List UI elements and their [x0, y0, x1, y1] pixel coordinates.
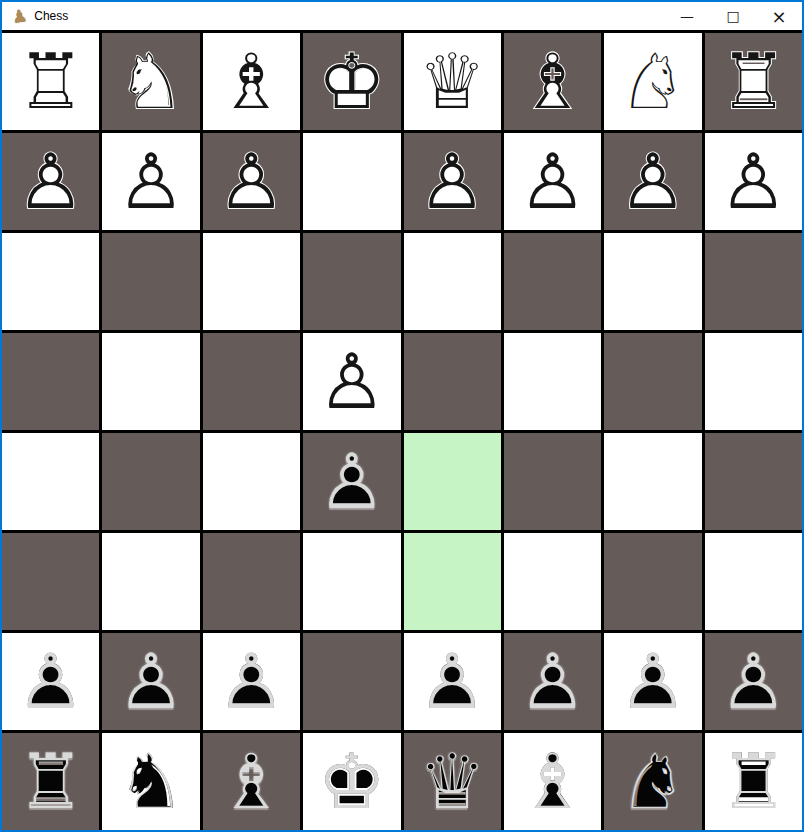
square-c1[interactable]: ♝♗ — [504, 33, 601, 130]
square-b3[interactable] — [604, 233, 701, 330]
square-g2[interactable]: ♟♙ — [102, 133, 199, 230]
white-pawn: ♟♙ — [504, 133, 601, 230]
white-rook: ♜♖ — [2, 33, 99, 130]
black-knight: ♞♘ — [604, 733, 701, 830]
square-h5[interactable] — [2, 433, 99, 530]
square-f2[interactable]: ♟♙ — [203, 133, 300, 230]
square-e7[interactable] — [303, 633, 400, 730]
white-pawn: ♟♙ — [404, 133, 501, 230]
square-e6[interactable] — [303, 533, 400, 630]
square-d1[interactable]: ♛♕ — [404, 33, 501, 130]
square-a4[interactable] — [705, 333, 802, 430]
square-g7[interactable]: ♟♙ — [102, 633, 199, 730]
square-h1[interactable]: ♜♖ — [2, 33, 99, 130]
square-a7[interactable]: ♟♙ — [705, 633, 802, 730]
square-h4[interactable] — [2, 333, 99, 430]
white-pawn: ♟♙ — [203, 133, 300, 230]
square-f6[interactable] — [203, 533, 300, 630]
square-a2[interactable]: ♟♙ — [705, 133, 802, 230]
square-d8[interactable]: ♛♕ — [404, 733, 501, 830]
black-rook: ♜♖ — [705, 733, 802, 830]
square-c7[interactable]: ♟♙ — [504, 633, 601, 730]
white-bishop: ♝♗ — [504, 33, 601, 130]
black-pawn: ♟♙ — [303, 433, 400, 530]
black-rook: ♜♖ — [2, 733, 99, 830]
close-button[interactable]: × — [756, 2, 802, 30]
square-b2[interactable]: ♟♙ — [604, 133, 701, 230]
square-a5[interactable] — [705, 433, 802, 530]
black-pawn: ♟♙ — [705, 633, 802, 730]
black-queen: ♛♕ — [404, 733, 501, 830]
title-bar[interactable]: ♟ Chess — □ × — [2, 2, 802, 30]
square-d6[interactable] — [404, 533, 501, 630]
window-title: Chess — [34, 9, 68, 23]
black-pawn: ♟♙ — [2, 633, 99, 730]
square-g5[interactable] — [102, 433, 199, 530]
square-d7[interactable]: ♟♙ — [404, 633, 501, 730]
square-e1[interactable]: ♚♔ — [303, 33, 400, 130]
black-pawn: ♟♙ — [504, 633, 601, 730]
square-a1[interactable]: ♜♖ — [705, 33, 802, 130]
square-f4[interactable] — [203, 333, 300, 430]
white-pawn: ♟♙ — [604, 133, 701, 230]
window-controls: — □ × — [664, 2, 802, 30]
black-pawn: ♟♙ — [203, 633, 300, 730]
square-c2[interactable]: ♟♙ — [504, 133, 601, 230]
black-pawn: ♟♙ — [404, 633, 501, 730]
square-f7[interactable]: ♟♙ — [203, 633, 300, 730]
square-c4[interactable] — [504, 333, 601, 430]
square-c8[interactable]: ♝♗ — [504, 733, 601, 830]
square-a6[interactable] — [705, 533, 802, 630]
black-bishop: ♝♗ — [203, 733, 300, 830]
black-pawn: ♟♙ — [604, 633, 701, 730]
square-e4[interactable]: ♟♙ — [303, 333, 400, 430]
white-knight: ♞♘ — [604, 33, 701, 130]
square-g8[interactable]: ♞♘ — [102, 733, 199, 830]
black-knight: ♞♘ — [102, 733, 199, 830]
square-a3[interactable] — [705, 233, 802, 330]
maximize-button[interactable]: □ — [710, 2, 756, 30]
white-pawn: ♟♙ — [2, 133, 99, 230]
square-f8[interactable]: ♝♗ — [203, 733, 300, 830]
square-b8[interactable]: ♞♘ — [604, 733, 701, 830]
square-h6[interactable] — [2, 533, 99, 630]
square-h3[interactable] — [2, 233, 99, 330]
square-e8[interactable]: ♚♔ — [303, 733, 400, 830]
white-knight: ♞♘ — [102, 33, 199, 130]
white-pawn: ♟♙ — [705, 133, 802, 230]
square-h7[interactable]: ♟♙ — [2, 633, 99, 730]
square-g6[interactable] — [102, 533, 199, 630]
square-b6[interactable] — [604, 533, 701, 630]
white-pawn: ♟♙ — [102, 133, 199, 230]
square-a8[interactable]: ♜♖ — [705, 733, 802, 830]
square-g1[interactable]: ♞♘ — [102, 33, 199, 130]
black-bishop: ♝♗ — [504, 733, 601, 830]
chess-window: ♟ Chess — □ × ♜♖♞♘♝♗♚♔♛♕♝♗♞♘♜♖♟♙♟♙♟♙♟♙♟♙… — [0, 0, 804, 832]
square-b7[interactable]: ♟♙ — [604, 633, 701, 730]
minimize-button[interactable]: — — [664, 2, 710, 30]
square-f3[interactable] — [203, 233, 300, 330]
square-b4[interactable] — [604, 333, 701, 430]
square-g4[interactable] — [102, 333, 199, 430]
square-d3[interactable] — [404, 233, 501, 330]
black-pawn: ♟♙ — [102, 633, 199, 730]
white-king: ♚♔ — [303, 33, 400, 130]
square-c5[interactable] — [504, 433, 601, 530]
square-h2[interactable]: ♟♙ — [2, 133, 99, 230]
square-h8[interactable]: ♜♖ — [2, 733, 99, 830]
square-e2[interactable] — [303, 133, 400, 230]
square-d5[interactable] — [404, 433, 501, 530]
square-d4[interactable] — [404, 333, 501, 430]
white-rook: ♜♖ — [705, 33, 802, 130]
white-queen: ♛♕ — [404, 33, 501, 130]
chess-board: ♜♖♞♘♝♗♚♔♛♕♝♗♞♘♜♖♟♙♟♙♟♙♟♙♟♙♟♙♟♙♟♙♟♙♟♙♟♙♟♙… — [2, 30, 802, 830]
square-f5[interactable] — [203, 433, 300, 530]
square-b1[interactable]: ♞♘ — [604, 33, 701, 130]
square-f1[interactable]: ♝♗ — [203, 33, 300, 130]
white-bishop: ♝♗ — [203, 33, 300, 130]
square-g3[interactable] — [102, 233, 199, 330]
square-e5[interactable]: ♟♙ — [303, 433, 400, 530]
square-d2[interactable]: ♟♙ — [404, 133, 501, 230]
square-c3[interactable] — [504, 233, 601, 330]
square-b5[interactable] — [604, 433, 701, 530]
black-king: ♚♔ — [303, 733, 400, 830]
pawn-icon: ♟ — [11, 6, 29, 25]
square-c6[interactable] — [504, 533, 601, 630]
white-pawn: ♟♙ — [303, 333, 400, 430]
square-e3[interactable] — [303, 233, 400, 330]
